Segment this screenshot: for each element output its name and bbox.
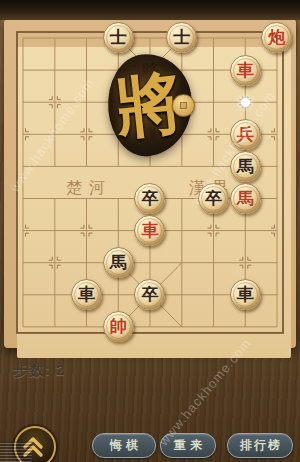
app-screen: 楚河 漢界 士士炮將車兵馬卒卒馬車馬車卒車帥 將 步数:2 悔棋 重来 排行榜 …	[0, 0, 300, 462]
piece-character: 卒	[141, 190, 158, 207]
step-counter-value: 2	[56, 361, 65, 378]
pieces-grid: 士士炮將車兵馬卒卒馬車馬車卒車帥	[7, 22, 293, 343]
piece-character: 馬	[237, 158, 254, 175]
piece-black-horse[interactable]: 馬	[103, 247, 134, 278]
piece-black-horse[interactable]: 馬	[230, 151, 261, 182]
last-move-origin-marker	[241, 98, 250, 107]
piece-character: 炮	[268, 29, 285, 46]
piece-character: 兵	[237, 126, 254, 143]
piece-character: 士	[173, 29, 190, 46]
step-counter: 步数:2	[13, 361, 65, 380]
piece-black-advisor[interactable]: 士	[103, 22, 134, 53]
piece-black-soldier[interactable]: 卒	[198, 183, 229, 214]
undo-move-button[interactable]: 悔棋	[92, 433, 156, 458]
piece-character: 卒	[205, 190, 222, 207]
piece-character: 車	[237, 286, 254, 303]
piece-black-general[interactable]: 將	[134, 55, 165, 86]
piece-character: 馬	[110, 254, 127, 271]
piece-black-chariot[interactable]: 車	[230, 279, 261, 310]
expand-panel-button[interactable]	[14, 426, 56, 462]
piece-character: 馬	[237, 190, 254, 207]
step-counter-label: 步数:	[13, 361, 51, 378]
piece-character: 車	[141, 222, 158, 239]
piece-red-horse[interactable]: 馬	[230, 183, 261, 214]
piece-character: 將	[141, 62, 158, 79]
piece-character: 卒	[141, 286, 158, 303]
piece-black-chariot[interactable]: 車	[71, 279, 102, 310]
piece-character: 帥	[110, 318, 127, 335]
top-dark-bar	[0, 0, 300, 20]
piece-black-soldier[interactable]: 卒	[134, 279, 165, 310]
piece-red-soldier[interactable]: 兵	[230, 119, 261, 150]
piece-red-chariot[interactable]: 車	[134, 215, 165, 246]
piece-character: 車	[237, 62, 254, 79]
piece-red-general[interactable]: 帥	[103, 311, 134, 342]
piece-red-chariot[interactable]: 車	[230, 55, 261, 86]
piece-black-advisor[interactable]: 士	[166, 22, 197, 53]
leaderboard-button[interactable]: 排行榜	[227, 433, 293, 458]
piece-red-cannon[interactable]: 炮	[261, 22, 292, 53]
piece-black-soldier[interactable]: 卒	[134, 183, 165, 214]
piece-character: 士	[110, 29, 127, 46]
restart-button[interactable]: 重来	[160, 433, 216, 458]
chevron-up-icon	[16, 428, 50, 462]
piece-character: 車	[78, 286, 95, 303]
